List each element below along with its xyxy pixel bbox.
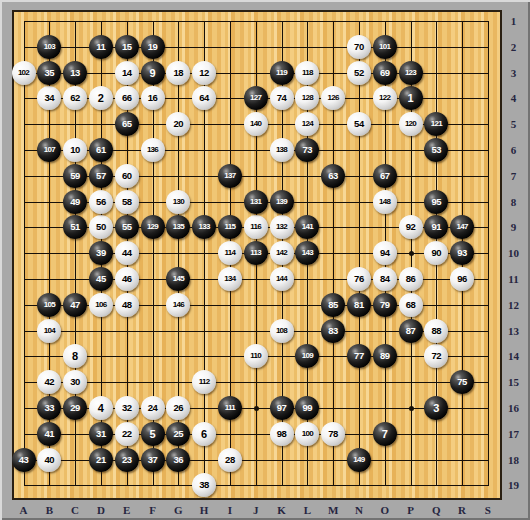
stone-132[interactable]: 132 [270,215,294,239]
stone-96[interactable]: 96 [450,267,474,291]
stone-number: 97 [277,396,287,420]
stone-67[interactable]: 67 [373,164,397,188]
stone-number: 26 [174,396,184,420]
stone-number: 101 [379,35,390,59]
stone-number: 111 [225,396,235,420]
stone-19[interactable]: 19 [141,35,165,59]
stone-95[interactable]: 95 [424,190,448,214]
col-label-K: K [277,505,286,516]
stone-81[interactable]: 81 [347,293,371,317]
stone-number: 21 [96,448,106,472]
row-label-18: 18 [508,454,519,465]
stone-number: 109 [302,344,313,368]
stone-number: 142 [276,241,287,265]
col-label-P: P [407,505,414,516]
stone-number: 15 [122,35,132,59]
stone-130[interactable]: 130 [166,190,190,214]
go-board-diagram: 1234567891011121314151618192021222324252… [0,0,530,520]
row-label-8: 8 [511,196,517,207]
stone-number: 70 [354,35,364,59]
stone-number: 79 [380,293,390,317]
stone-105[interactable]: 105 [37,293,61,317]
stone-number: 122 [379,86,390,110]
stone-number: 102 [18,61,29,85]
stone-number: 45 [96,267,106,291]
stone-number: 98 [277,422,287,446]
stone-number: 34 [45,86,55,110]
stone-84[interactable]: 84 [373,267,397,291]
stone-40[interactable]: 40 [37,448,61,472]
stone-number: 120 [405,112,416,136]
stone-100[interactable]: 100 [295,422,319,446]
stone-55[interactable]: 55 [115,215,139,239]
row-label-4: 4 [511,93,517,104]
stone-106[interactable]: 106 [89,293,113,317]
col-label-J: J [253,505,259,516]
stone-number: 41 [45,422,55,446]
stone-136[interactable]: 136 [141,138,165,162]
stone-18[interactable]: 18 [166,61,190,85]
stone-number: 14 [122,61,132,85]
stone-number: 73 [303,138,313,162]
stone-46[interactable]: 46 [115,267,139,291]
stone-number: 123 [405,61,416,85]
row-label-14: 14 [508,351,519,362]
stone-4[interactable]: 4 [89,396,113,420]
stone-number: 20 [174,112,184,136]
stone-118[interactable]: 118 [295,61,319,85]
stone-number: 91 [432,215,442,239]
stone-number: 119 [276,61,287,85]
stone-142[interactable]: 142 [270,241,294,265]
stone-97[interactable]: 97 [270,396,294,420]
stone-number: 63 [328,164,338,188]
stone-54[interactable]: 54 [347,112,371,136]
stone-number: 124 [302,112,313,136]
stone-116[interactable]: 116 [244,215,268,239]
stone-69[interactable]: 69 [373,61,397,85]
stone-28[interactable]: 28 [218,448,242,472]
stone-number: 10 [70,138,80,162]
row-label-9: 9 [511,222,517,233]
stone-113[interactable]: 113 [244,241,268,265]
row-label-12: 12 [508,299,519,310]
stone-number: 37 [148,448,158,472]
col-label-G: G [174,505,183,516]
stone-123[interactable]: 123 [399,61,423,85]
stone-number: 84 [380,267,390,291]
stone-number: 13 [70,61,80,85]
stone-108[interactable]: 108 [270,319,294,343]
stone-number: 96 [457,267,467,291]
stone-6[interactable]: 6 [192,422,216,446]
stone-35[interactable]: 35 [37,61,61,85]
stone-29[interactable]: 29 [63,396,87,420]
stone-89[interactable]: 89 [373,344,397,368]
stone-74[interactable]: 74 [270,86,294,110]
stone-134[interactable]: 134 [218,267,242,291]
stone-85[interactable]: 85 [321,293,345,317]
stone-number: 39 [96,241,106,265]
stone-number: 139 [276,190,287,214]
stone-number: 5 [149,422,155,446]
stone-number: 40 [45,448,55,472]
star-point [409,406,414,411]
col-label-E: E [123,505,130,516]
stone-number: 90 [432,241,442,265]
stone-66[interactable]: 66 [115,86,139,110]
stone-21[interactable]: 21 [89,448,113,472]
stone-number: 87 [406,319,416,343]
row-label-5: 5 [511,119,517,130]
stone-70[interactable]: 70 [347,35,371,59]
stone-56[interactable]: 56 [89,190,113,214]
stone-number: 76 [354,267,364,291]
star-point [254,406,259,411]
stone-number: 127 [250,86,261,110]
col-label-M: M [328,505,338,516]
stone-number: 68 [406,293,416,317]
stone-number: 140 [250,112,261,136]
stone-number: 106 [95,293,106,317]
stone-32[interactable]: 32 [115,396,139,420]
stone-number: 49 [70,190,80,214]
stone-number: 78 [328,422,338,446]
stone-number: 83 [328,319,338,343]
stone-number: 23 [122,448,132,472]
stone-number: 66 [122,86,132,110]
grid-line-v [359,21,360,486]
stone-22[interactable]: 22 [115,422,139,446]
stone-number: 16 [148,86,158,110]
stone-94[interactable]: 94 [373,241,397,265]
row-label-13: 13 [508,325,519,336]
stone-31[interactable]: 31 [89,422,113,446]
stone-number: 86 [406,267,416,291]
stone-11[interactable]: 11 [89,35,113,59]
stone-number: 126 [327,86,338,110]
stone-number: 55 [122,215,132,239]
stone-number: 52 [354,61,364,85]
stone-43[interactable]: 43 [12,448,36,472]
col-label-A: A [20,505,28,516]
stone-7[interactable]: 7 [373,422,397,446]
stone-131[interactable]: 131 [244,190,268,214]
stone-41[interactable]: 41 [37,422,61,446]
stone-58[interactable]: 58 [115,190,139,214]
stone-number: 4 [98,396,104,420]
stone-number: 25 [174,422,184,446]
stone-number: 116 [250,215,261,239]
row-label-7: 7 [511,170,517,181]
stone-101[interactable]: 101 [373,35,397,59]
stone-15[interactable]: 15 [115,35,139,59]
stone-number: 38 [199,473,209,497]
stone-number: 113 [250,241,261,265]
stone-number: 8 [72,344,78,368]
stone-number: 9 [149,61,155,85]
row-label-6: 6 [511,145,517,156]
stone-12[interactable]: 12 [192,61,216,85]
stone-number: 61 [96,138,106,162]
stone-number: 11 [96,35,105,59]
stone-number: 6 [201,422,207,446]
stone-number: 88 [432,319,442,343]
stone-number: 118 [302,61,313,85]
stone-number: 132 [276,215,287,239]
stone-47[interactable]: 47 [63,293,87,317]
stone-number: 74 [277,86,287,110]
stone-number: 129 [147,215,158,239]
col-label-B: B [46,505,53,516]
stone-24[interactable]: 24 [141,396,165,420]
stone-114[interactable]: 114 [218,241,242,265]
stone-102[interactable]: 102 [12,61,36,85]
stone-87[interactable]: 87 [399,319,423,343]
stone-39[interactable]: 39 [89,241,113,265]
col-label-O: O [380,505,389,516]
stone-78[interactable]: 78 [321,422,345,446]
stone-number: 60 [122,164,132,188]
stone-number: 1 [407,86,413,110]
stone-number: 43 [19,448,29,472]
stone-9[interactable]: 9 [141,61,165,85]
stone-127[interactable]: 127 [244,86,268,110]
stone-13[interactable]: 13 [63,61,87,85]
stone-number: 3 [433,396,439,420]
stone-25[interactable]: 25 [166,422,190,446]
stone-number: 24 [148,396,158,420]
row-label-2: 2 [511,41,517,52]
stone-16[interactable]: 16 [141,86,165,110]
stone-111[interactable]: 111 [218,396,242,420]
stone-86[interactable]: 86 [399,267,423,291]
col-label-H: H [200,505,209,516]
stone-number: 104 [44,319,55,343]
stone-number: 18 [174,61,184,85]
col-label-D: D [97,505,105,516]
stone-number: 131 [250,190,261,214]
col-label-R: R [458,505,466,516]
stone-number: 7 [382,422,388,446]
stone-52[interactable]: 52 [347,61,371,85]
stone-number: 22 [122,422,132,446]
stone-103[interactable]: 103 [37,35,61,59]
stone-number: 64 [199,86,209,110]
stone-36[interactable]: 36 [166,448,190,472]
stone-104[interactable]: 104 [37,319,61,343]
row-label-17: 17 [508,428,519,439]
stone-148[interactable]: 148 [373,190,397,214]
stone-23[interactable]: 23 [115,448,139,472]
stone-number: 144 [276,267,287,291]
col-label-F: F [149,505,156,516]
stone-1[interactable]: 1 [399,86,423,110]
stone-number: 81 [354,293,364,317]
grid-line-h [24,382,489,383]
stone-14[interactable]: 14 [115,61,139,85]
stone-number: 128 [302,86,313,110]
stone-79[interactable]: 79 [373,293,397,317]
stone-number: 56 [96,190,106,214]
stone-98[interactable]: 98 [270,422,294,446]
stone-number: 77 [354,344,364,368]
stone-68[interactable]: 68 [399,293,423,317]
stone-146[interactable]: 146 [166,293,190,317]
stone-140[interactable]: 140 [244,112,268,136]
stone-number: 69 [380,61,390,85]
stone-number: 130 [173,190,184,214]
row-label-15: 15 [508,377,519,388]
stone-61[interactable]: 61 [89,138,113,162]
stone-number: 58 [122,190,132,214]
row-label-11: 11 [508,274,518,285]
stone-37[interactable]: 37 [141,448,165,472]
stone-number: 48 [122,293,132,317]
star-point [409,251,414,256]
grid-line-h [24,485,489,486]
stone-129[interactable]: 129 [141,215,165,239]
grid-line-v [488,21,489,486]
col-label-S: S [485,505,491,516]
stone-number: 65 [122,112,132,136]
stone-120[interactable]: 120 [399,112,423,136]
stone-number: 147 [456,215,467,239]
row-label-19: 19 [508,480,519,491]
stone-number: 53 [432,138,442,162]
stone-number: 134 [224,267,235,291]
stone-number: 89 [380,344,390,368]
col-label-C: C [71,505,79,516]
stone-number: 93 [457,241,467,265]
stone-number: 95 [432,190,442,214]
stone-122[interactable]: 122 [373,86,397,110]
stone-83[interactable]: 83 [321,319,345,343]
stone-number: 100 [302,422,313,446]
stone-number: 2 [98,86,104,110]
stone-59[interactable]: 59 [63,164,87,188]
stone-number: 136 [147,138,158,162]
stone-number: 19 [148,35,158,59]
stone-63[interactable]: 63 [321,164,345,188]
col-label-L: L [304,505,311,516]
stone-149[interactable]: 149 [347,448,371,472]
stone-number: 67 [380,164,390,188]
stone-number: 121 [431,112,442,136]
stone-number: 28 [225,448,235,472]
stone-number: 145 [173,267,184,291]
stone-88[interactable]: 88 [424,319,448,343]
stone-139[interactable]: 139 [270,190,294,214]
stone-number: 51 [70,215,80,239]
stone-number: 149 [353,448,364,472]
row-label-1: 1 [511,16,517,27]
stone-76[interactable]: 76 [347,267,371,291]
stone-45[interactable]: 45 [89,267,113,291]
stone-number: 54 [354,112,364,136]
row-label-16: 16 [508,403,519,414]
stone-number: 44 [122,241,132,265]
col-label-N: N [355,505,363,516]
stone-number: 12 [199,61,209,85]
row-label-3: 3 [511,67,517,78]
stone-number: 32 [122,396,132,420]
stone-44[interactable]: 44 [115,241,139,265]
stone-number: 36 [174,448,184,472]
stone-number: 103 [44,35,55,59]
stone-number: 46 [122,267,132,291]
stone-number: 59 [70,164,80,188]
stone-138[interactable]: 138 [270,138,294,162]
stone-number: 148 [379,190,390,214]
stone-number: 72 [432,344,442,368]
stone-137[interactable]: 137 [218,164,242,188]
stone-10[interactable]: 10 [63,138,87,162]
stone-144[interactable]: 144 [270,267,294,291]
stone-number: 107 [44,138,55,162]
stone-number: 92 [406,215,416,239]
stone-number: 99 [303,396,313,420]
stone-number: 94 [380,241,390,265]
stone-number: 137 [224,164,235,188]
stone-60[interactable]: 60 [115,164,139,188]
stone-number: 135 [173,215,184,239]
row-label-10: 10 [508,248,519,259]
stone-57[interactable]: 57 [89,164,113,188]
stone-92[interactable]: 92 [399,215,423,239]
stone-number: 30 [70,370,80,394]
col-label-I: I [228,505,232,516]
stone-number: 31 [96,422,106,446]
stone-number: 141 [302,215,313,239]
stone-number: 62 [70,86,80,110]
stone-number: 47 [70,293,80,317]
stone-110[interactable]: 110 [244,344,268,368]
stone-49[interactable]: 49 [63,190,87,214]
stone-number: 29 [70,396,80,420]
stone-number: 110 [250,344,261,368]
stone-number: 33 [45,396,55,420]
stone-number: 50 [96,215,106,239]
stone-119[interactable]: 119 [270,61,294,85]
stone-number: 75 [457,370,467,394]
stone-number: 57 [96,164,106,188]
col-label-Q: Q [432,505,441,516]
stone-number: 108 [276,319,287,343]
stone-number: 146 [173,293,184,317]
stone-48[interactable]: 48 [115,293,139,317]
stone-number: 105 [44,293,55,317]
stone-number: 133 [198,215,209,239]
stone-number: 35 [45,61,55,85]
stone-number: 42 [45,370,55,394]
stone-number: 115 [224,215,235,239]
stone-65[interactable]: 65 [115,112,139,136]
stone-number: 85 [328,293,338,317]
stone-5[interactable]: 5 [141,422,165,446]
stone-number: 114 [224,241,235,265]
stone-number: 112 [199,370,210,394]
stone-number: 138 [276,138,287,162]
stone-number: 143 [302,241,313,265]
